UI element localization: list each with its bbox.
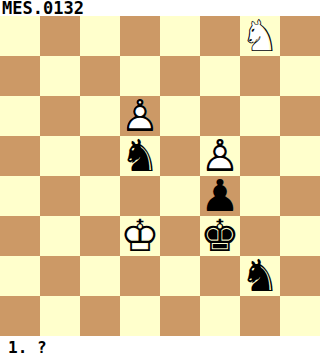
piece-outline: ♙: [120, 96, 160, 136]
square-c3[interactable]: [80, 216, 120, 256]
square-e1[interactable]: [160, 296, 200, 336]
piece-outline: ♘: [240, 16, 280, 56]
move-prompt: 1. ?: [8, 337, 47, 360]
square-d5[interactable]: ♞: [120, 136, 160, 176]
square-h8[interactable]: [280, 16, 320, 56]
square-e3[interactable]: [160, 216, 200, 256]
square-f6[interactable]: [200, 96, 240, 136]
square-h7[interactable]: [280, 56, 320, 96]
square-g7[interactable]: [240, 56, 280, 96]
square-b6[interactable]: [40, 96, 80, 136]
black-knight: ♞: [240, 256, 280, 296]
square-e7[interactable]: [160, 56, 200, 96]
piece-glyph: ♞: [120, 136, 160, 176]
square-h4[interactable]: [280, 176, 320, 216]
square-b2[interactable]: [40, 256, 80, 296]
square-b3[interactable]: [40, 216, 80, 256]
square-h2[interactable]: [280, 256, 320, 296]
square-f7[interactable]: [200, 56, 240, 96]
piece-outline: ♙: [200, 136, 240, 176]
square-a3[interactable]: [0, 216, 40, 256]
square-h1[interactable]: [280, 296, 320, 336]
square-a8[interactable]: [0, 16, 40, 56]
white-pawn: ♟♙: [200, 136, 240, 176]
square-d4[interactable]: [120, 176, 160, 216]
chess-diagram-page: MES.0132 ♞♘♟♙♞♟♙♟♚♔♚♞ 1. ?: [0, 0, 320, 360]
piece-glyph: ♞: [240, 256, 280, 296]
square-e5[interactable]: [160, 136, 200, 176]
square-e6[interactable]: [160, 96, 200, 136]
square-h6[interactable]: [280, 96, 320, 136]
square-e8[interactable]: [160, 16, 200, 56]
white-knight: ♞♘: [240, 16, 280, 56]
square-g8[interactable]: ♞♘: [240, 16, 280, 56]
square-b5[interactable]: [40, 136, 80, 176]
black-pawn: ♟: [200, 176, 240, 216]
square-g3[interactable]: [240, 216, 280, 256]
piece-fill: ♞: [240, 16, 280, 56]
square-c2[interactable]: [80, 256, 120, 296]
square-e2[interactable]: [160, 256, 200, 296]
square-d7[interactable]: [120, 56, 160, 96]
white-pawn: ♟♙: [120, 96, 160, 136]
square-e4[interactable]: [160, 176, 200, 216]
square-f5[interactable]: ♟♙: [200, 136, 240, 176]
black-knight: ♞: [120, 136, 160, 176]
square-a5[interactable]: [0, 136, 40, 176]
square-a6[interactable]: [0, 96, 40, 136]
square-g2[interactable]: ♞: [240, 256, 280, 296]
square-g1[interactable]: [240, 296, 280, 336]
square-d1[interactable]: [120, 296, 160, 336]
square-c6[interactable]: [80, 96, 120, 136]
square-g4[interactable]: [240, 176, 280, 216]
square-h5[interactable]: [280, 136, 320, 176]
square-g6[interactable]: [240, 96, 280, 136]
square-c5[interactable]: [80, 136, 120, 176]
white-king: ♚♔: [120, 216, 160, 256]
puzzle-id: MES.0132: [2, 0, 84, 16]
square-b1[interactable]: [40, 296, 80, 336]
black-king: ♚: [200, 216, 240, 256]
square-f3[interactable]: ♚: [200, 216, 240, 256]
square-d2[interactable]: [120, 256, 160, 296]
piece-fill: ♚: [120, 216, 160, 256]
square-b8[interactable]: [40, 16, 80, 56]
square-c4[interactable]: [80, 176, 120, 216]
square-g5[interactable]: [240, 136, 280, 176]
square-c8[interactable]: [80, 16, 120, 56]
piece-glyph: ♚: [200, 216, 240, 256]
square-d3[interactable]: ♚♔: [120, 216, 160, 256]
square-f2[interactable]: [200, 256, 240, 296]
piece-fill: ♟: [200, 136, 240, 176]
square-a2[interactable]: [0, 256, 40, 296]
square-f4[interactable]: ♟: [200, 176, 240, 216]
square-d6[interactable]: ♟♙: [120, 96, 160, 136]
square-a7[interactable]: [0, 56, 40, 96]
square-f1[interactable]: [200, 296, 240, 336]
piece-glyph: ♟: [200, 176, 240, 216]
piece-outline: ♔: [120, 216, 160, 256]
square-c7[interactable]: [80, 56, 120, 96]
square-b7[interactable]: [40, 56, 80, 96]
square-d8[interactable]: [120, 16, 160, 56]
square-a4[interactable]: [0, 176, 40, 216]
square-c1[interactable]: [80, 296, 120, 336]
chess-board: ♞♘♟♙♞♟♙♟♚♔♚♞: [0, 16, 320, 336]
square-b4[interactable]: [40, 176, 80, 216]
square-f8[interactable]: [200, 16, 240, 56]
square-a1[interactable]: [0, 296, 40, 336]
piece-fill: ♟: [120, 96, 160, 136]
square-h3[interactable]: [280, 216, 320, 256]
